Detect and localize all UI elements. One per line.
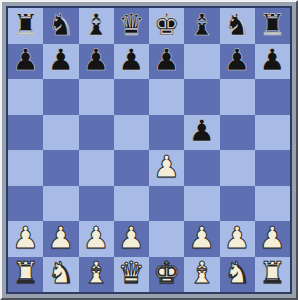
black-king[interactable]: ♚ [153, 10, 180, 40]
square-d6[interactable] [114, 79, 149, 115]
square-b4[interactable] [43, 150, 78, 186]
white-pawn[interactable]: ♟ [188, 223, 215, 253]
square-f3[interactable] [184, 186, 219, 222]
square-d4[interactable] [114, 150, 149, 186]
black-pawn[interactable]: ♟ [188, 116, 215, 146]
square-c5[interactable] [79, 115, 114, 151]
square-f1[interactable]: ♝ [184, 257, 219, 293]
black-pawn[interactable]: ♟ [83, 45, 110, 75]
square-c4[interactable] [79, 150, 114, 186]
black-bishop[interactable]: ♝ [188, 10, 215, 40]
square-b2[interactable]: ♟ [43, 221, 78, 257]
square-b8[interactable]: ♞ [43, 8, 78, 44]
square-c6[interactable] [79, 79, 114, 115]
white-pawn[interactable]: ♟ [259, 223, 286, 253]
square-b3[interactable] [43, 186, 78, 222]
square-a5[interactable] [8, 115, 43, 151]
black-pawn[interactable]: ♟ [153, 45, 180, 75]
black-pawn[interactable]: ♟ [118, 45, 145, 75]
white-knight[interactable]: ♞ [47, 258, 74, 288]
square-e4[interactable]: ♟ [149, 150, 184, 186]
square-b5[interactable] [43, 115, 78, 151]
square-h6[interactable] [255, 79, 290, 115]
square-c2[interactable]: ♟ [79, 221, 114, 257]
square-d1[interactable]: ♛ [114, 257, 149, 293]
square-e5[interactable] [149, 115, 184, 151]
black-knight[interactable]: ♞ [224, 10, 251, 40]
square-e2[interactable] [149, 221, 184, 257]
black-pawn[interactable]: ♟ [47, 45, 74, 75]
white-rook[interactable]: ♜ [12, 258, 39, 288]
square-a4[interactable] [8, 150, 43, 186]
white-pawn[interactable]: ♟ [224, 223, 251, 253]
square-a1[interactable]: ♜ [8, 257, 43, 293]
square-h2[interactable]: ♟ [255, 221, 290, 257]
board-frame: ♜♞♝♛♚♝♞♜♟♟♟♟♟♟♟♟♟♟♟♟♟♟♟♟♜♞♝♛♚♝♞♜ [0, 0, 298, 300]
square-b6[interactable] [43, 79, 78, 115]
square-c7[interactable]: ♟ [79, 44, 114, 80]
black-rook[interactable]: ♜ [259, 10, 286, 40]
white-bishop[interactable]: ♝ [188, 258, 215, 288]
square-g3[interactable] [220, 186, 255, 222]
square-f5[interactable]: ♟ [184, 115, 219, 151]
chess-board: ♜♞♝♛♚♝♞♜♟♟♟♟♟♟♟♟♟♟♟♟♟♟♟♟♜♞♝♛♚♝♞♜ [8, 8, 290, 292]
black-knight[interactable]: ♞ [47, 10, 74, 40]
square-g4[interactable] [220, 150, 255, 186]
black-pawn[interactable]: ♟ [12, 45, 39, 75]
square-e7[interactable]: ♟ [149, 44, 184, 80]
white-queen[interactable]: ♛ [118, 258, 145, 288]
square-d5[interactable] [114, 115, 149, 151]
square-g7[interactable]: ♟ [220, 44, 255, 80]
white-pawn[interactable]: ♟ [118, 223, 145, 253]
square-e1[interactable]: ♚ [149, 257, 184, 293]
white-pawn[interactable]: ♟ [47, 223, 74, 253]
white-rook[interactable]: ♜ [259, 258, 286, 288]
square-d3[interactable] [114, 186, 149, 222]
square-a3[interactable] [8, 186, 43, 222]
square-f2[interactable]: ♟ [184, 221, 219, 257]
square-g6[interactable] [220, 79, 255, 115]
white-knight[interactable]: ♞ [224, 258, 251, 288]
square-g5[interactable] [220, 115, 255, 151]
square-h5[interactable] [255, 115, 290, 151]
chess-app-window: ♜♞♝♛♚♝♞♜♟♟♟♟♟♟♟♟♟♟♟♟♟♟♟♟♜♞♝♛♚♝♞♜ [0, 0, 298, 300]
square-e6[interactable] [149, 79, 184, 115]
square-a7[interactable]: ♟ [8, 44, 43, 80]
square-c1[interactable]: ♝ [79, 257, 114, 293]
square-g2[interactable]: ♟ [220, 221, 255, 257]
square-f7[interactable] [184, 44, 219, 80]
square-a2[interactable]: ♟ [8, 221, 43, 257]
square-g1[interactable]: ♞ [220, 257, 255, 293]
board-inner-border: ♜♞♝♛♚♝♞♜♟♟♟♟♟♟♟♟♟♟♟♟♟♟♟♟♜♞♝♛♚♝♞♜ [6, 6, 292, 294]
square-e3[interactable] [149, 186, 184, 222]
square-c3[interactable] [79, 186, 114, 222]
square-d7[interactable]: ♟ [114, 44, 149, 80]
white-bishop[interactable]: ♝ [83, 258, 110, 288]
square-h1[interactable]: ♜ [255, 257, 290, 293]
square-d2[interactable]: ♟ [114, 221, 149, 257]
square-a6[interactable] [8, 79, 43, 115]
square-f8[interactable]: ♝ [184, 8, 219, 44]
square-h8[interactable]: ♜ [255, 8, 290, 44]
square-f6[interactable] [184, 79, 219, 115]
square-h4[interactable] [255, 150, 290, 186]
square-f4[interactable] [184, 150, 219, 186]
white-pawn[interactable]: ♟ [83, 223, 110, 253]
black-pawn[interactable]: ♟ [224, 45, 251, 75]
black-pawn[interactable]: ♟ [259, 45, 286, 75]
square-h3[interactable] [255, 186, 290, 222]
black-rook[interactable]: ♜ [12, 10, 39, 40]
square-b7[interactable]: ♟ [43, 44, 78, 80]
white-pawn[interactable]: ♟ [153, 152, 180, 182]
square-e8[interactable]: ♚ [149, 8, 184, 44]
black-queen[interactable]: ♛ [118, 10, 145, 40]
square-d8[interactable]: ♛ [114, 8, 149, 44]
square-a8[interactable]: ♜ [8, 8, 43, 44]
square-c8[interactable]: ♝ [79, 8, 114, 44]
white-pawn[interactable]: ♟ [12, 223, 39, 253]
square-h7[interactable]: ♟ [255, 44, 290, 80]
white-king[interactable]: ♚ [153, 258, 180, 288]
black-bishop[interactable]: ♝ [83, 10, 110, 40]
square-g8[interactable]: ♞ [220, 8, 255, 44]
square-b1[interactable]: ♞ [43, 257, 78, 293]
